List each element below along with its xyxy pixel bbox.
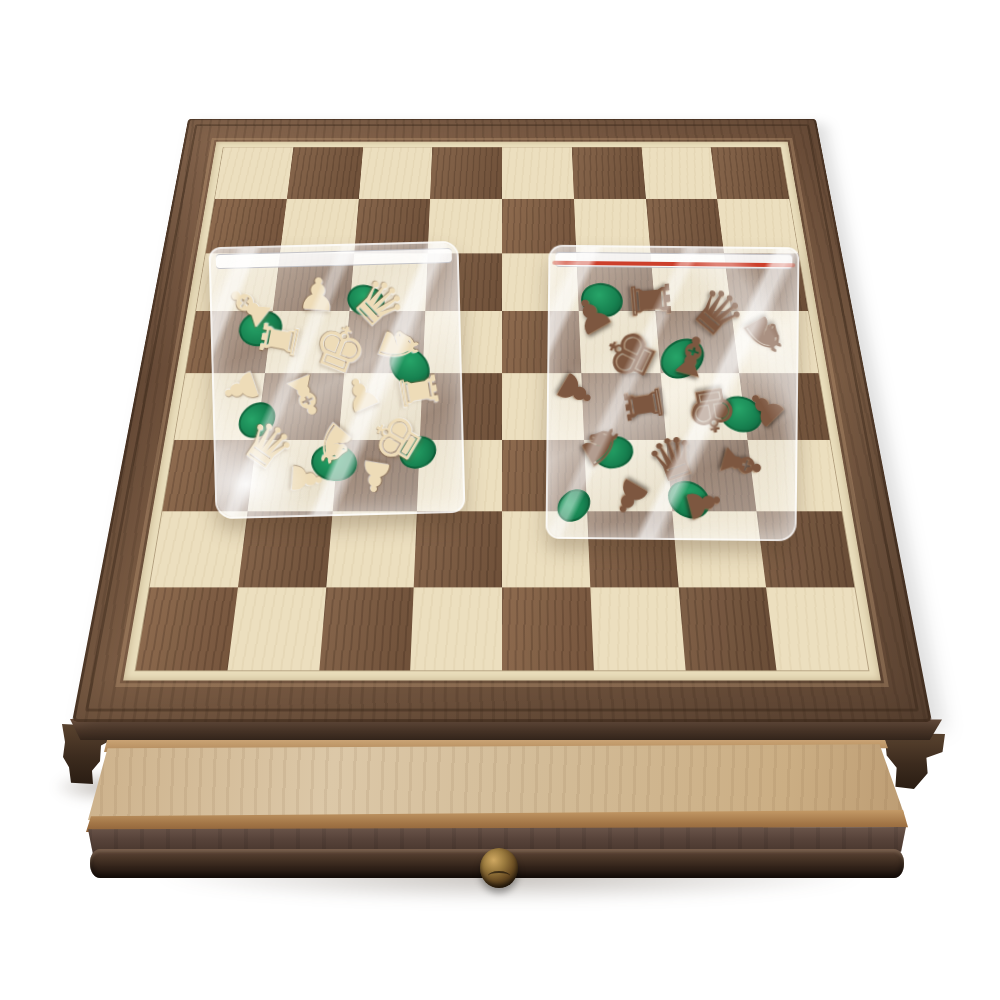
board-square xyxy=(678,588,777,671)
board-square xyxy=(572,147,646,198)
board-square xyxy=(414,511,502,588)
drawer-interior-floor xyxy=(88,742,904,820)
board-square xyxy=(287,147,363,198)
chess-piece-white: ♜ xyxy=(391,366,445,416)
white-pieces-bag: ♝♟♛♜♚♞♟♝♟♜♛♞♚♟♟ xyxy=(208,241,465,519)
board-square xyxy=(430,147,502,198)
brass-knob xyxy=(480,848,518,888)
board-square xyxy=(238,511,333,588)
board-square xyxy=(227,588,326,671)
chess-board xyxy=(72,119,932,722)
white-bag-contents: ♝♟♛♜♚♞♟♝♟♜♛♞♚♟♟ xyxy=(219,269,455,507)
board-square xyxy=(319,588,414,671)
chess-piece-black: ♟ xyxy=(679,480,729,527)
chess-piece-white: ♟ xyxy=(355,454,396,499)
chess-piece-black: ♟ xyxy=(603,470,657,525)
chess-piece-black: ♜ xyxy=(623,275,678,325)
black-bag-contents: ♜♟♛♞♚♝♟♜♚♟♞♛♝♟♟ xyxy=(556,273,790,529)
board-square xyxy=(358,147,432,198)
board-square xyxy=(136,588,238,671)
board-square xyxy=(766,588,868,671)
board-square xyxy=(326,511,417,588)
board-square xyxy=(641,147,717,198)
board-square xyxy=(711,147,789,198)
chess-piece-black: ♜ xyxy=(616,379,670,429)
board-square xyxy=(717,199,798,253)
board-square xyxy=(215,147,293,198)
chess-piece-white: ♞ xyxy=(369,317,432,376)
board-square xyxy=(150,511,248,588)
chess-piece-white: ♜ xyxy=(252,314,307,365)
bag-zip-seal xyxy=(216,248,452,269)
board-square xyxy=(502,147,574,198)
board-square xyxy=(410,588,502,671)
board-front-edge xyxy=(70,719,942,740)
black-pieces-bag: ♜♟♛♞♚♝♟♜♚♟♞♛♝♟♟ xyxy=(545,245,799,542)
chess-piece-white: ♟ xyxy=(286,459,329,498)
board-square xyxy=(590,588,685,671)
green-felt-pad xyxy=(551,483,597,529)
board-square xyxy=(502,588,594,671)
product-photo-chess-set: ♝♟♛♜♚♞♟♝♟♜♛♞♚♟♟ ♜♟♛♞♚♝♟♜♚♟♞♛♝♟♟ xyxy=(0,0,1000,1000)
chess-piece-black: ♟ xyxy=(548,364,603,418)
